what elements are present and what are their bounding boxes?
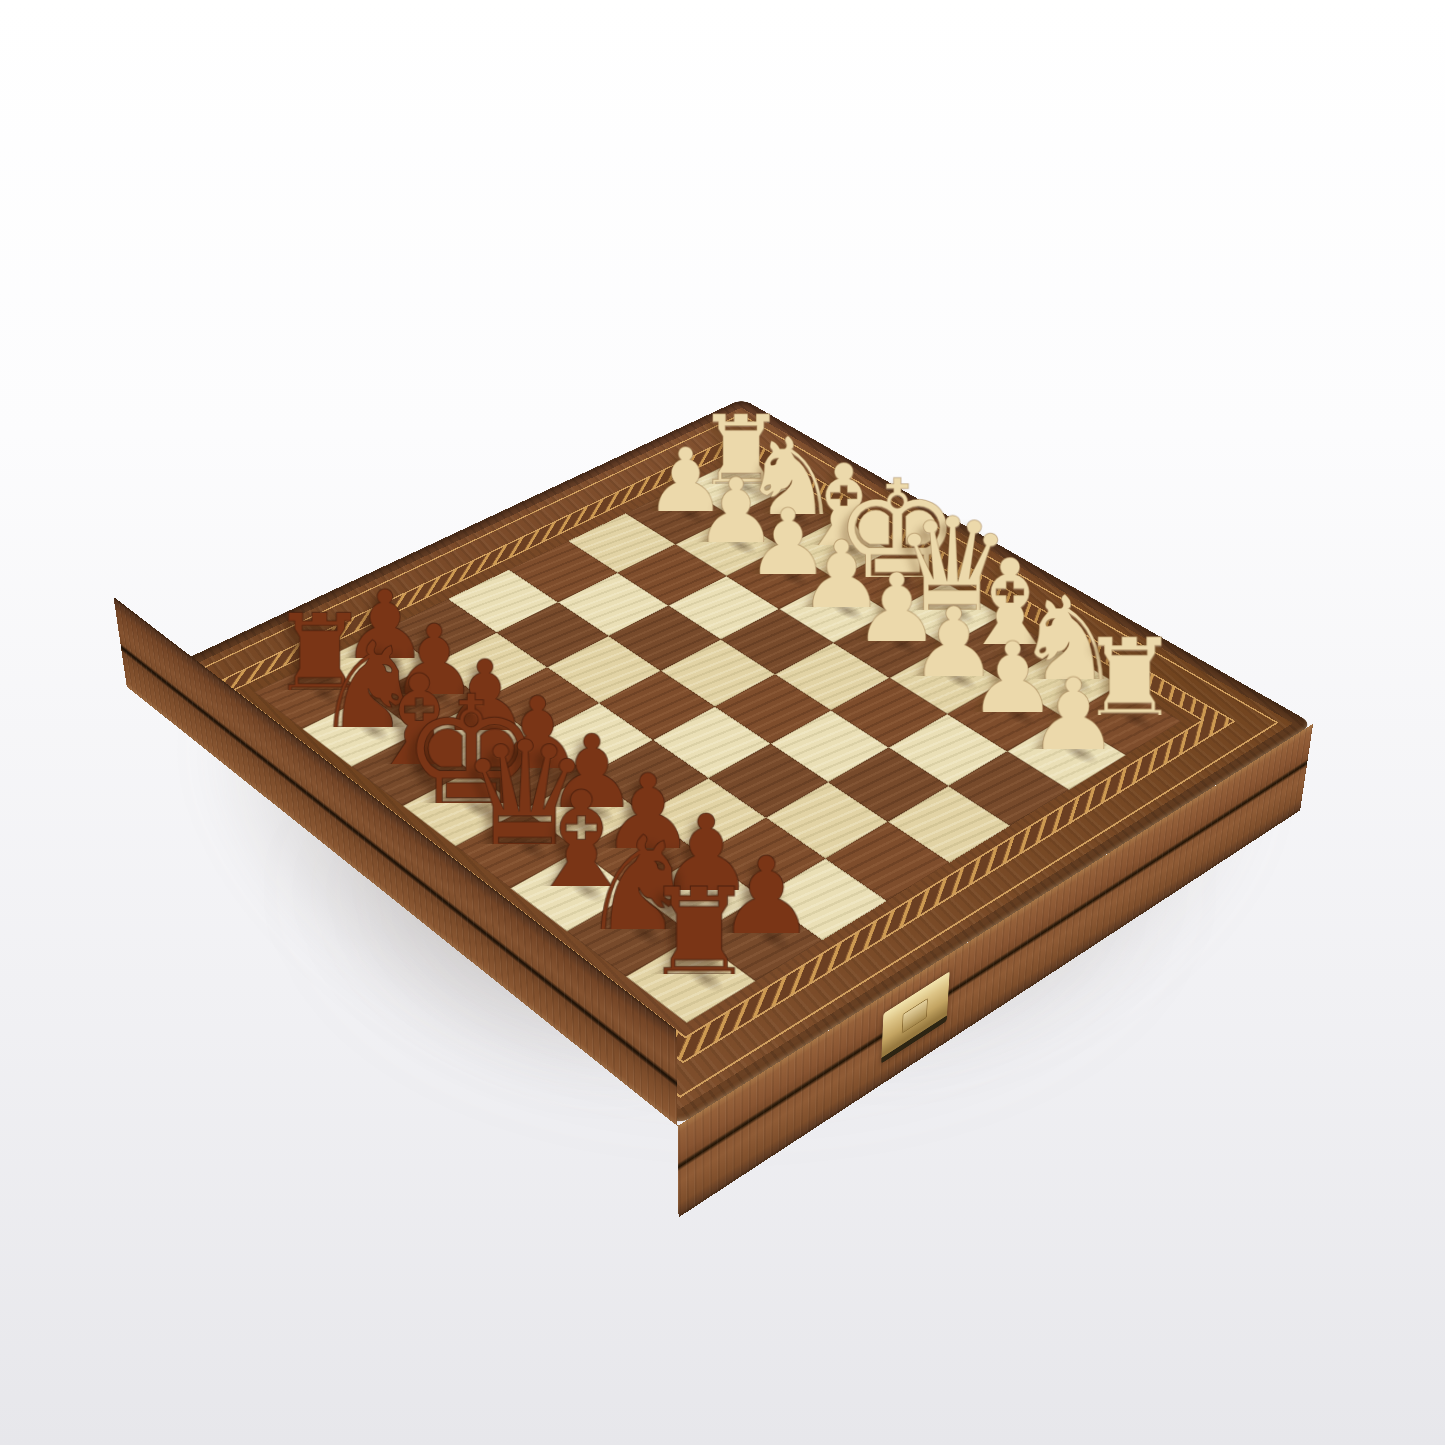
piece-black-rook-a8[interactable]: ♜ (643, 871, 755, 996)
scene: ♜♞♝♛♚♝♞♜♟♟♟♟♟♟♟♟♟♟♟♟♟♟♟♟♜♞♝♛♚♝♞♜ (0, 0, 1445, 1445)
chevron-inlay-border: ♜♞♝♛♚♝♞♜♟♟♟♟♟♟♟♟♟♟♟♟♟♟♟♟♜♞♝♛♚♝♞♜ (202, 433, 1236, 1063)
rook-glyph: ♜ (643, 871, 755, 996)
wooden-case: ♜♞♝♛♚♝♞♜♟♟♟♟♟♟♟♟♟♟♟♟♟♟♟♟♜♞♝♛♚♝♞♜ (127, 399, 1313, 1126)
piece-white-pawn-a2[interactable]: ♟ (1028, 665, 1119, 767)
square-c3[interactable] (831, 678, 947, 748)
square-a4[interactable] (888, 786, 1010, 863)
pinstripe-border: ♜♞♝♛♚♝♞♜♟♟♟♟♟♟♟♟♟♟♟♟♟♟♟♟♜♞♝♛♚♝♞♜ (160, 414, 1279, 1098)
pawn-glyph: ♟ (1028, 665, 1119, 767)
perspective-scene: ♜♞♝♛♚♝♞♜♟♟♟♟♟♟♟♟♟♟♟♟♟♟♟♟♜♞♝♛♚♝♞♜ (0, 0, 1445, 1445)
clasp-crest-icon (902, 998, 928, 1034)
